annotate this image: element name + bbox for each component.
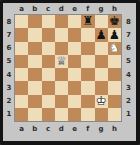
square-c8[interactable] — [42, 15, 55, 28]
square-h5[interactable] — [108, 55, 121, 68]
square-c3[interactable] — [42, 81, 55, 94]
square-e5[interactable] — [68, 55, 81, 68]
chess-diagram: abcdefgh abcdefgh 87654321 87654321 ♜♚♟♟… — [0, 0, 140, 145]
square-c2[interactable] — [42, 95, 55, 108]
rank-label-6: 6 — [3, 42, 15, 55]
rank-label-7: 7 — [121, 28, 136, 41]
piece-glyph: ♜ — [81, 15, 94, 28]
square-b6[interactable] — [28, 42, 41, 55]
square-f8[interactable]: ♜ — [81, 15, 94, 28]
square-a4[interactable] — [15, 68, 28, 81]
file-labels-bottom: abcdefgh — [15, 121, 121, 136]
square-c1[interactable] — [42, 108, 55, 121]
square-h1[interactable] — [108, 108, 121, 121]
square-h3[interactable] — [108, 81, 121, 94]
file-label-c: c — [42, 3, 55, 15]
square-b2[interactable] — [28, 95, 41, 108]
square-g2[interactable]: ♚♔ — [95, 95, 108, 108]
square-f1[interactable] — [81, 108, 94, 121]
square-f5[interactable] — [81, 55, 94, 68]
square-a2[interactable] — [15, 95, 28, 108]
square-d3[interactable] — [55, 81, 68, 94]
square-b1[interactable] — [28, 108, 41, 121]
file-label-c: c — [42, 121, 55, 136]
piece-glyph: ♟ — [95, 28, 108, 41]
square-e6[interactable] — [68, 42, 81, 55]
square-d2[interactable] — [55, 95, 68, 108]
square-a3[interactable] — [15, 81, 28, 94]
rank-label-8: 8 — [3, 15, 15, 28]
rank-labels-left: 87654321 — [3, 15, 15, 121]
file-labels-top: abcdefgh — [15, 3, 121, 15]
file-label-a: a — [15, 121, 28, 136]
square-e4[interactable] — [68, 68, 81, 81]
rank-label-4: 4 — [3, 68, 15, 81]
chess-board: ♜♚♟♟♞♘♛♕♚♔ — [15, 15, 121, 121]
piece-white-queen-d5[interactable]: ♛♕ — [55, 55, 68, 68]
square-b4[interactable] — [28, 68, 41, 81]
square-c5[interactable] — [42, 55, 55, 68]
piece-glyph: ♘ — [108, 42, 121, 55]
square-e3[interactable] — [68, 81, 81, 94]
rank-label-1: 1 — [3, 108, 15, 121]
piece-black-pawn-g7[interactable]: ♟ — [95, 28, 108, 41]
square-b7[interactable] — [28, 28, 41, 41]
square-g7[interactable]: ♟ — [95, 28, 108, 41]
square-e7[interactable] — [68, 28, 81, 41]
square-b3[interactable] — [28, 81, 41, 94]
square-c7[interactable] — [42, 28, 55, 41]
square-e1[interactable] — [68, 108, 81, 121]
square-d4[interactable] — [55, 68, 68, 81]
square-f3[interactable] — [81, 81, 94, 94]
square-a7[interactable] — [15, 28, 28, 41]
rank-label-6: 6 — [121, 42, 136, 55]
square-a8[interactable] — [15, 15, 28, 28]
square-g1[interactable] — [95, 108, 108, 121]
rank-label-8: 8 — [121, 15, 136, 28]
square-g6[interactable] — [95, 42, 108, 55]
square-h6[interactable]: ♞♘ — [108, 42, 121, 55]
square-a6[interactable] — [15, 42, 28, 55]
square-f6[interactable] — [81, 42, 94, 55]
file-label-d: d — [55, 121, 68, 136]
file-label-g: g — [95, 3, 108, 15]
piece-white-king-g2[interactable]: ♚♔ — [95, 95, 108, 108]
square-c6[interactable] — [42, 42, 55, 55]
square-b5[interactable] — [28, 55, 41, 68]
file-label-d: d — [55, 3, 68, 15]
board-frame: abcdefgh abcdefgh 87654321 87654321 ♜♚♟♟… — [3, 3, 136, 141]
square-d7[interactable] — [55, 28, 68, 41]
piece-black-rook-f8[interactable]: ♜ — [81, 15, 94, 28]
rank-label-1: 1 — [121, 108, 136, 121]
square-d8[interactable] — [55, 15, 68, 28]
rank-label-7: 7 — [3, 28, 15, 41]
square-f4[interactable] — [81, 68, 94, 81]
square-h4[interactable] — [108, 68, 121, 81]
rank-label-2: 2 — [3, 95, 15, 108]
square-f2[interactable] — [81, 95, 94, 108]
rank-label-3: 3 — [121, 81, 136, 94]
square-a5[interactable] — [15, 55, 28, 68]
rank-label-5: 5 — [3, 55, 15, 68]
rank-label-5: 5 — [121, 55, 136, 68]
file-label-b: b — [28, 121, 41, 136]
square-d5[interactable]: ♛♕ — [55, 55, 68, 68]
square-c4[interactable] — [42, 68, 55, 81]
piece-glyph: ♔ — [95, 95, 108, 108]
piece-glyph: ♕ — [55, 55, 68, 68]
file-label-a: a — [15, 3, 28, 15]
piece-white-knight-h6[interactable]: ♞♘ — [108, 42, 121, 55]
square-b8[interactable] — [28, 15, 41, 28]
square-h2[interactable] — [108, 95, 121, 108]
square-e8[interactable] — [68, 15, 81, 28]
file-label-g: g — [95, 121, 108, 136]
file-label-e: e — [68, 121, 81, 136]
square-e2[interactable] — [68, 95, 81, 108]
rank-label-4: 4 — [121, 68, 136, 81]
file-label-b: b — [28, 3, 41, 15]
square-d1[interactable] — [55, 108, 68, 121]
square-g4[interactable] — [95, 68, 108, 81]
rank-label-2: 2 — [121, 95, 136, 108]
rank-label-3: 3 — [3, 81, 15, 94]
rank-labels-right: 87654321 — [121, 15, 136, 121]
file-label-h: h — [108, 121, 121, 136]
file-label-f: f — [81, 121, 94, 136]
square-f7[interactable] — [81, 28, 94, 41]
file-label-e: e — [68, 3, 81, 15]
square-g5[interactable] — [95, 55, 108, 68]
square-a1[interactable] — [15, 108, 28, 121]
